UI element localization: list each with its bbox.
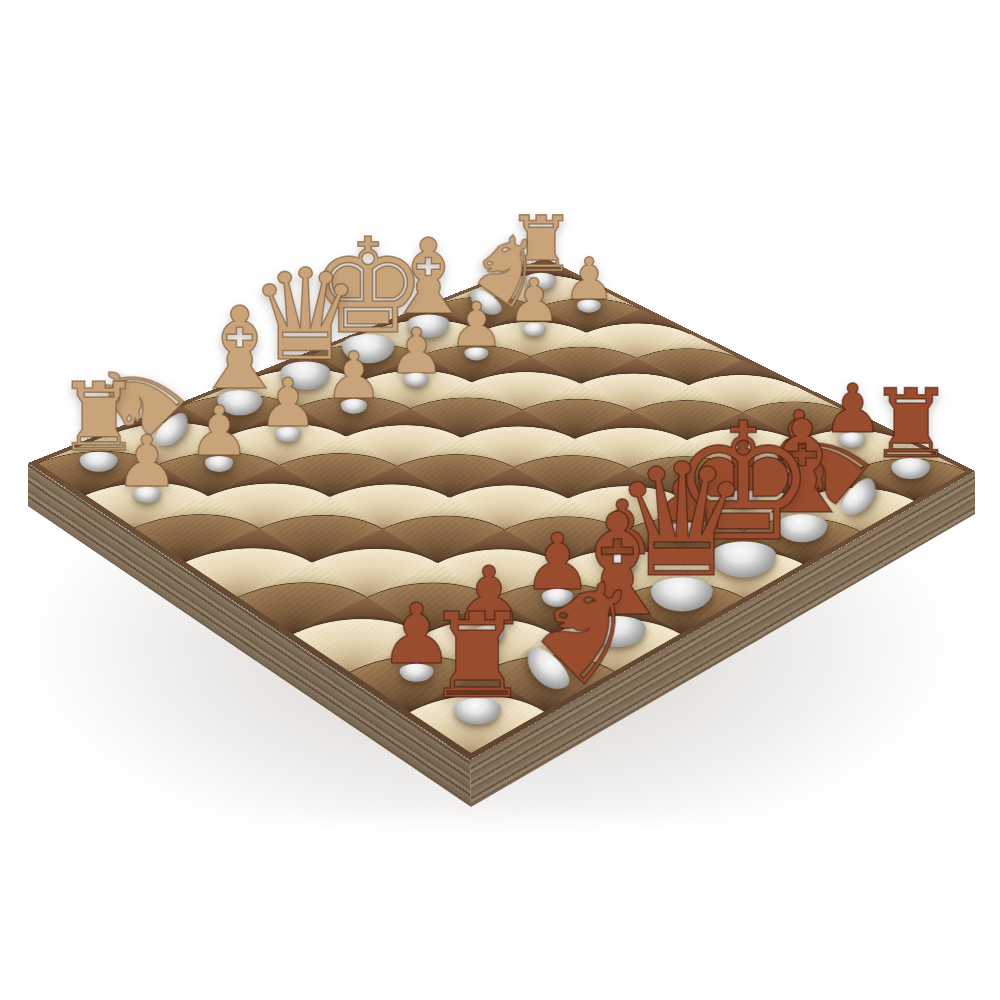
scene: ♜♞♝♛♚♝♞♜♟♟♟♟♟♟♟♟♟♟♟♟♟♟♟♟♜♞♝♛♚♝♞♜	[0, 0, 1000, 1000]
